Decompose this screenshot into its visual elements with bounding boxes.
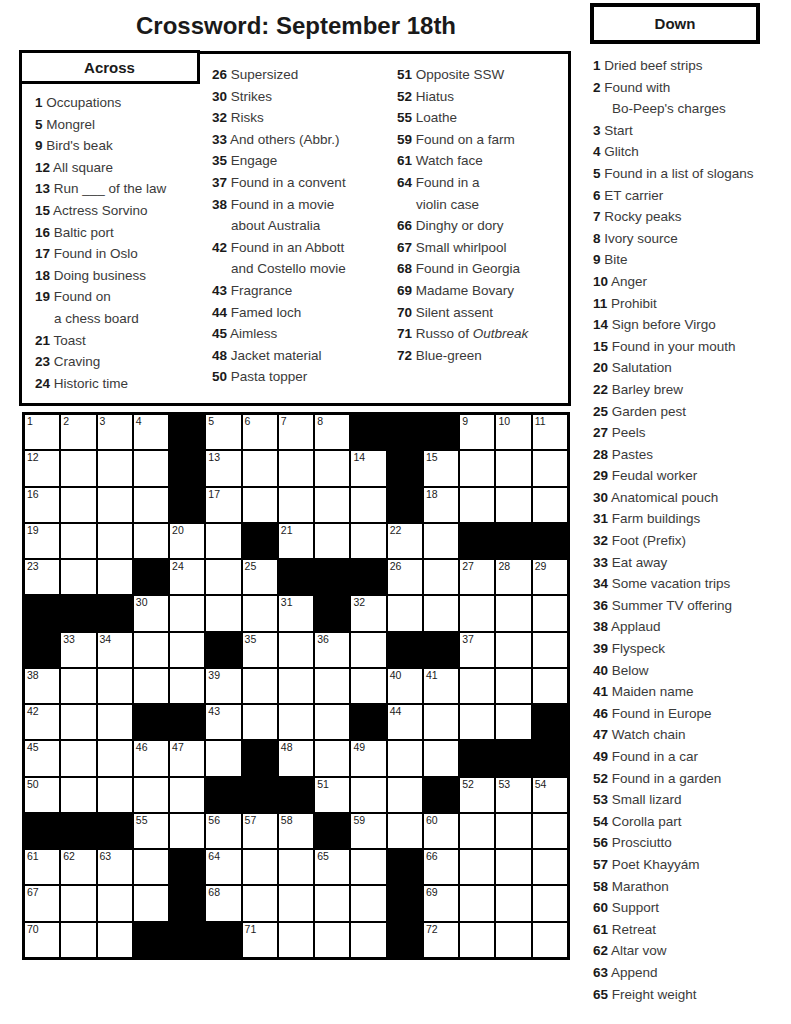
page-title: Crossword: September 18th (0, 12, 592, 40)
cell-r6c10[interactable]: 32 (351, 596, 385, 630)
cell-number-51: 51 (317, 778, 329, 791)
black-cell-r12c9 (315, 814, 349, 848)
cell-number-14: 14 (353, 451, 365, 464)
across-clue-9: 9 Bird's beak (35, 135, 209, 157)
cell-r14c2[interactable] (61, 886, 95, 920)
across-clue-70: 70 Silent assent (397, 302, 567, 324)
cell-r5c1[interactable]: 23 (25, 560, 59, 594)
cell-r2c9[interactable] (315, 451, 349, 485)
cell-r8c10[interactable] (351, 669, 385, 703)
cell-r9c2[interactable] (61, 705, 95, 739)
across-column-3: 51 Opposite SSW52 Hiatus55 Loathe59 Foun… (397, 64, 567, 366)
cell-r3c9[interactable] (315, 488, 349, 522)
cell-r13c12[interactable]: 66 (424, 850, 458, 884)
black-cell-r4c14 (496, 524, 530, 558)
black-cell-r11c6 (206, 778, 240, 812)
cell-r1c6[interactable]: 5 (206, 415, 240, 449)
cell-r2c10[interactable]: 14 (351, 451, 385, 485)
down-clue-39: 39 Flyspeck (593, 638, 790, 660)
cell-number-65: 65 (317, 850, 329, 863)
across-clue-71: 71 Russo of Outbreak (397, 323, 567, 345)
cell-r8c14[interactable] (496, 669, 530, 703)
cell-r13c7[interactable] (243, 850, 277, 884)
crossword-grid: 1234567891011121314151617181920212223242… (22, 412, 570, 960)
cell-r14c1[interactable]: 67 (25, 886, 59, 920)
down-clue-10: 10 Anger (593, 271, 790, 293)
cell-r15c7[interactable]: 71 (243, 923, 277, 957)
cell-r2c2[interactable] (61, 451, 95, 485)
cell-r10c11[interactable] (388, 741, 422, 775)
cell-r1c7[interactable]: 6 (243, 415, 277, 449)
across-clue-13: 13 Run ___ of the law (35, 178, 209, 200)
cell-r11c4[interactable] (134, 778, 168, 812)
cell-r7c9[interactable]: 36 (315, 633, 349, 667)
cell-r14c9[interactable] (315, 886, 349, 920)
cell-r3c12[interactable]: 18 (424, 488, 458, 522)
cell-r9c11[interactable]: 44 (388, 705, 422, 739)
down-clue-60: 60 Support (593, 897, 790, 919)
cell-number-55: 55 (136, 814, 148, 827)
cell-r3c7[interactable] (243, 488, 277, 522)
cell-number-30: 30 (136, 596, 148, 609)
across-clue-21: 21 Toast (35, 330, 209, 352)
cell-r5c6[interactable] (206, 560, 240, 594)
cell-r13c14[interactable] (496, 850, 530, 884)
across-clue-18: 18 Doing business (35, 265, 209, 287)
across-clue-15: 15 Actress Sorvino (35, 200, 209, 222)
black-cell-r5c10 (351, 560, 385, 594)
cell-number-44: 44 (390, 705, 402, 718)
cell-r8c12[interactable]: 41 (424, 669, 458, 703)
cell-r12c7[interactable]: 57 (243, 814, 277, 848)
black-cell-r12c1 (25, 814, 59, 848)
black-cell-r6c1 (25, 596, 59, 630)
cell-r14c10[interactable] (351, 886, 385, 920)
cell-r11c2[interactable] (61, 778, 95, 812)
black-cell-r10c13 (460, 741, 494, 775)
cell-number-28: 28 (498, 560, 510, 573)
down-clue-5: 5 Found in a list of slogans (593, 163, 790, 185)
cell-r1c13[interactable]: 9 (460, 415, 494, 449)
cell-number-6: 6 (245, 415, 251, 428)
cell-r4c9[interactable] (315, 524, 349, 558)
cell-r9c7[interactable] (243, 705, 277, 739)
cell-r2c7[interactable] (243, 451, 277, 485)
cell-r10c2[interactable] (61, 741, 95, 775)
cell-r10c4[interactable]: 46 (134, 741, 168, 775)
cell-r10c3[interactable] (98, 741, 132, 775)
across-column-1: 1 Occupations5 Mongrel9 Bird's beak12 Al… (35, 92, 209, 394)
cell-r7c5[interactable] (170, 633, 204, 667)
cell-r13c9[interactable]: 65 (315, 850, 349, 884)
cell-r4c1[interactable]: 19 (25, 524, 59, 558)
cell-r12c12[interactable]: 60 (424, 814, 458, 848)
black-cell-r6c9 (315, 596, 349, 630)
cell-r1c15[interactable]: 11 (533, 415, 567, 449)
cell-number-18: 18 (426, 488, 438, 501)
cell-number-70: 70 (27, 923, 39, 936)
cell-r14c3[interactable] (98, 886, 132, 920)
down-clue-62: 62 Altar vow (593, 940, 790, 962)
cell-r11c5[interactable] (170, 778, 204, 812)
across-column-2: 26 Supersized30 Strikes32 Risks33 And ot… (212, 64, 394, 388)
black-cell-r9c15 (533, 705, 567, 739)
cell-r4c5[interactable]: 20 (170, 524, 204, 558)
black-cell-r7c12 (424, 633, 458, 667)
cell-number-17: 17 (208, 488, 220, 501)
cell-number-67: 67 (27, 886, 39, 899)
cell-r10c9[interactable] (315, 741, 349, 775)
across-clue-17: 17 Found in Oslo (35, 243, 209, 265)
cell-r1c2[interactable]: 2 (61, 415, 95, 449)
cell-r9c9[interactable] (315, 705, 349, 739)
cell-r1c3[interactable]: 3 (98, 415, 132, 449)
cell-r12c13[interactable] (460, 814, 494, 848)
cell-r2c14[interactable] (496, 451, 530, 485)
cell-r13c10[interactable] (351, 850, 385, 884)
cell-r7c7[interactable]: 35 (243, 633, 277, 667)
black-cell-r9c10 (351, 705, 385, 739)
cell-r7c15[interactable] (533, 633, 567, 667)
cell-r13c13[interactable] (460, 850, 494, 884)
cell-r14c12[interactable]: 69 (424, 886, 458, 920)
down-clue-38: 38 Applaud (593, 616, 790, 638)
cell-r5c7[interactable]: 25 (243, 560, 277, 594)
cell-r6c7[interactable] (243, 596, 277, 630)
cell-r14c7[interactable] (243, 886, 277, 920)
cell-number-9: 9 (462, 415, 468, 428)
cell-number-63: 63 (100, 850, 112, 863)
cell-r9c13[interactable] (460, 705, 494, 739)
cell-number-58: 58 (281, 814, 293, 827)
cell-r4c4[interactable] (134, 524, 168, 558)
black-cell-r15c6 (206, 923, 240, 957)
cell-r6c12[interactable] (424, 596, 458, 630)
cell-r5c12[interactable] (424, 560, 458, 594)
black-cell-r15c11 (388, 923, 422, 957)
cell-r12c11[interactable] (388, 814, 422, 848)
cell-r8c8[interactable] (279, 669, 313, 703)
black-cell-r7c6 (206, 633, 240, 667)
cell-number-61: 61 (27, 850, 39, 863)
cell-number-48: 48 (281, 741, 293, 754)
cell-r9c1[interactable]: 42 (25, 705, 59, 739)
cell-r8c13[interactable] (460, 669, 494, 703)
cell-r6c11[interactable] (388, 596, 422, 630)
black-cell-r7c1 (25, 633, 59, 667)
cell-r12c6[interactable]: 56 (206, 814, 240, 848)
cell-r4c8[interactable]: 21 (279, 524, 313, 558)
cell-r6c5[interactable] (170, 596, 204, 630)
down-clue-34: 34 Some vacation trips (593, 573, 790, 595)
down-clue-8: 8 Ivory source (593, 228, 790, 250)
cell-r14c15[interactable] (533, 886, 567, 920)
cell-r10c5[interactable]: 47 (170, 741, 204, 775)
cell-r6c4[interactable]: 30 (134, 596, 168, 630)
down-clue-36: 36 Summer TV offering (593, 595, 790, 617)
cell-r3c2[interactable] (61, 488, 95, 522)
cell-r3c15[interactable] (533, 488, 567, 522)
cell-number-2: 2 (63, 415, 69, 428)
cell-r3c14[interactable] (496, 488, 530, 522)
cell-r1c4[interactable]: 4 (134, 415, 168, 449)
down-clue-4: 4 Glitch (593, 141, 790, 163)
cell-r15c15[interactable] (533, 923, 567, 957)
cell-r5c15[interactable]: 29 (533, 560, 567, 594)
down-clue-47: 47 Watch chain (593, 724, 790, 746)
cell-r11c10[interactable] (351, 778, 385, 812)
cell-r2c8[interactable] (279, 451, 313, 485)
down-clue-53: 53 Small lizard (593, 789, 790, 811)
cell-r10c10[interactable]: 49 (351, 741, 385, 775)
cell-r14c8[interactable] (279, 886, 313, 920)
across-clue-42: 42 Found in an Abbottand Costello movie (212, 237, 394, 280)
cell-r12c4[interactable]: 55 (134, 814, 168, 848)
across-clue-44: 44 Famed loch (212, 302, 394, 324)
black-cell-r9c5 (170, 705, 204, 739)
cell-r6c13[interactable] (460, 596, 494, 630)
cell-r8c4[interactable] (134, 669, 168, 703)
cell-r13c8[interactable] (279, 850, 313, 884)
black-cell-r3c5 (170, 488, 204, 522)
down-clue-56: 56 Prosciutto (593, 832, 790, 854)
cell-r3c3[interactable] (98, 488, 132, 522)
cell-r11c9[interactable]: 51 (315, 778, 349, 812)
cell-r4c6[interactable] (206, 524, 240, 558)
down-clue-61: 61 Retreat (593, 919, 790, 941)
cell-r2c15[interactable] (533, 451, 567, 485)
down-clue-52: 52 Found in a garden (593, 768, 790, 790)
cell-number-59: 59 (353, 814, 365, 827)
across-clue-23: 23 Craving (35, 351, 209, 373)
cell-r12c10[interactable]: 59 (351, 814, 385, 848)
cell-r15c3[interactable] (98, 923, 132, 957)
cell-r14c14[interactable] (496, 886, 530, 920)
cell-r12c5[interactable] (170, 814, 204, 848)
cell-r3c4[interactable] (134, 488, 168, 522)
cell-r12c14[interactable] (496, 814, 530, 848)
cell-number-19: 19 (27, 524, 39, 537)
cell-number-1: 1 (27, 415, 33, 428)
across-clue-26: 26 Supersized (212, 64, 394, 86)
cell-r14c4[interactable] (134, 886, 168, 920)
cell-number-27: 27 (462, 560, 474, 573)
cell-r13c15[interactable] (533, 850, 567, 884)
black-cell-r11c7 (243, 778, 277, 812)
cell-r10c12[interactable] (424, 741, 458, 775)
black-cell-r1c11 (388, 415, 422, 449)
cell-r15c12[interactable]: 72 (424, 923, 458, 957)
cell-r7c4[interactable] (134, 633, 168, 667)
cell-r8c11[interactable]: 40 (388, 669, 422, 703)
cell-r5c11[interactable]: 26 (388, 560, 422, 594)
cell-r3c8[interactable] (279, 488, 313, 522)
cell-r13c4[interactable] (134, 850, 168, 884)
cell-r14c13[interactable] (460, 886, 494, 920)
cell-r11c11[interactable] (388, 778, 422, 812)
cell-r13c1[interactable]: 61 (25, 850, 59, 884)
cell-r6c6[interactable] (206, 596, 240, 630)
cell-r11c1[interactable]: 50 (25, 778, 59, 812)
cell-number-13: 13 (208, 451, 220, 464)
cell-number-22: 22 (390, 524, 402, 537)
cell-r8c5[interactable] (170, 669, 204, 703)
across-clue-59: 59 Found on a farm (397, 129, 567, 151)
cell-r15c9[interactable] (315, 923, 349, 957)
cell-r8c15[interactable] (533, 669, 567, 703)
cell-r3c13[interactable] (460, 488, 494, 522)
cell-r8c1[interactable]: 38 (25, 669, 59, 703)
cell-r15c2[interactable] (61, 923, 95, 957)
across-clue-45: 45 Aimless (212, 323, 394, 345)
down-clue-65: 65 Freight weight (593, 984, 790, 1006)
black-cell-r6c3 (98, 596, 132, 630)
cell-number-71: 71 (245, 923, 257, 936)
cell-r9c3[interactable] (98, 705, 132, 739)
cell-number-60: 60 (426, 814, 438, 827)
black-cell-r15c5 (170, 923, 204, 957)
cell-r15c1[interactable]: 70 (25, 923, 59, 957)
down-clue-6: 6 ET carrier (593, 185, 790, 207)
down-clue-29: 29 Feudal worker (593, 465, 790, 487)
cell-number-4: 4 (136, 415, 142, 428)
cell-r3c1[interactable]: 16 (25, 488, 59, 522)
cell-number-29: 29 (535, 560, 547, 573)
cell-number-46: 46 (136, 741, 148, 754)
cell-number-54: 54 (535, 778, 547, 791)
cell-r4c10[interactable] (351, 524, 385, 558)
cell-r9c14[interactable] (496, 705, 530, 739)
cell-r5c13[interactable]: 27 (460, 560, 494, 594)
across-clue-69: 69 Madame Bovary (397, 280, 567, 302)
cell-number-35: 35 (245, 633, 257, 646)
cell-r3c10[interactable] (351, 488, 385, 522)
cell-number-25: 25 (245, 560, 257, 573)
across-clue-35: 35 Engage (212, 150, 394, 172)
across-clue-66: 66 Dinghy or dory (397, 215, 567, 237)
cell-r2c6[interactable]: 13 (206, 451, 240, 485)
cell-r6c8[interactable]: 31 (279, 596, 313, 630)
cell-r7c8[interactable] (279, 633, 313, 667)
cell-r13c6[interactable]: 64 (206, 850, 240, 884)
cell-r2c4[interactable] (134, 451, 168, 485)
black-cell-r2c11 (388, 451, 422, 485)
cell-r7c2[interactable]: 33 (61, 633, 95, 667)
cell-r7c13[interactable]: 37 (460, 633, 494, 667)
cell-r1c9[interactable]: 8 (315, 415, 349, 449)
black-cell-r2c5 (170, 451, 204, 485)
down-clue-3: 3 Start (593, 120, 790, 142)
cell-number-24: 24 (172, 560, 184, 573)
across-clue-5: 5 Mongrel (35, 114, 209, 136)
cell-r4c3[interactable] (98, 524, 132, 558)
across-clue-50: 50 Pasta topper (212, 366, 394, 388)
cell-r4c12[interactable] (424, 524, 458, 558)
cell-number-32: 32 (353, 596, 365, 609)
cell-r4c2[interactable] (61, 524, 95, 558)
cell-r13c2[interactable]: 62 (61, 850, 95, 884)
cell-r12c8[interactable]: 58 (279, 814, 313, 848)
cell-r9c12[interactable] (424, 705, 458, 739)
cell-r5c2[interactable] (61, 560, 95, 594)
cell-r2c13[interactable] (460, 451, 494, 485)
cell-r12c15[interactable] (533, 814, 567, 848)
cell-r11c3[interactable] (98, 778, 132, 812)
cell-number-41: 41 (426, 669, 438, 682)
cell-number-72: 72 (426, 923, 438, 936)
across-clue-19: 19 Found ona chess board (35, 286, 209, 329)
cell-r11c13[interactable]: 52 (460, 778, 494, 812)
cell-r5c5[interactable]: 24 (170, 560, 204, 594)
across-clue-72: 72 Blue-green (397, 345, 567, 367)
cell-r8c3[interactable] (98, 669, 132, 703)
cell-number-31: 31 (281, 596, 293, 609)
cell-r9c6[interactable]: 43 (206, 705, 240, 739)
black-cell-r10c14 (496, 741, 530, 775)
cell-number-21: 21 (281, 524, 293, 537)
cell-r10c8[interactable]: 48 (279, 741, 313, 775)
cell-r15c10[interactable] (351, 923, 385, 957)
black-cell-r14c5 (170, 886, 204, 920)
cell-r7c3[interactable]: 34 (98, 633, 132, 667)
cell-r10c6[interactable] (206, 741, 240, 775)
cell-r11c15[interactable]: 54 (533, 778, 567, 812)
cell-r2c1[interactable]: 12 (25, 451, 59, 485)
down-clue-49: 49 Found in a car (593, 746, 790, 768)
cell-r8c2[interactable] (61, 669, 95, 703)
cell-number-20: 20 (172, 524, 184, 537)
cell-r11c14[interactable]: 53 (496, 778, 530, 812)
cell-r13c3[interactable]: 63 (98, 850, 132, 884)
cell-r9c8[interactable] (279, 705, 313, 739)
cell-r8c6[interactable]: 39 (206, 669, 240, 703)
cell-r14c6[interactable]: 68 (206, 886, 240, 920)
cell-r15c14[interactable] (496, 923, 530, 957)
across-clue-30: 30 Strikes (212, 86, 394, 108)
cell-r8c7[interactable] (243, 669, 277, 703)
cell-r7c10[interactable] (351, 633, 385, 667)
cell-r1c1[interactable]: 1 (25, 415, 59, 449)
cell-r6c15[interactable] (533, 596, 567, 630)
cell-r4c11[interactable]: 22 (388, 524, 422, 558)
cell-r5c3[interactable] (98, 560, 132, 594)
cell-r7c14[interactable] (496, 633, 530, 667)
cell-r10c1[interactable]: 45 (25, 741, 59, 775)
cell-r1c14[interactable]: 10 (496, 415, 530, 449)
cell-number-47: 47 (172, 741, 184, 754)
black-cell-r5c8 (279, 560, 313, 594)
cell-r6c14[interactable] (496, 596, 530, 630)
black-cell-r6c2 (61, 596, 95, 630)
across-clue-33: 33 And others (Abbr.) (212, 129, 394, 151)
down-clue-9: 9 Bite (593, 249, 790, 271)
cell-r3c6[interactable]: 17 (206, 488, 240, 522)
cell-number-15: 15 (426, 451, 438, 464)
cell-r5c14[interactable]: 28 (496, 560, 530, 594)
down-clue-32: 32 Foot (Prefix) (593, 530, 790, 552)
cell-r1c8[interactable]: 7 (279, 415, 313, 449)
cell-r2c12[interactable]: 15 (424, 451, 458, 485)
cell-r15c13[interactable] (460, 923, 494, 957)
cell-r2c3[interactable] (98, 451, 132, 485)
cell-r15c8[interactable] (279, 923, 313, 957)
black-cell-r4c7 (243, 524, 277, 558)
black-cell-r13c11 (388, 850, 422, 884)
cell-number-33: 33 (63, 633, 75, 646)
cell-r8c9[interactable] (315, 669, 349, 703)
across-clue-38: 38 Found in a movieabout Australia (212, 194, 394, 237)
cell-number-69: 69 (426, 886, 438, 899)
